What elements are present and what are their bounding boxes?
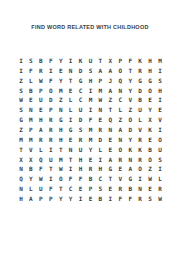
grid-cell-r2c8[interactable]: S (86, 66, 96, 76)
grid-cell-r1c9[interactable]: T (95, 56, 105, 66)
grid-cell-r7c15[interactable]: V (155, 115, 165, 125)
grid-cell-r9c4[interactable]: R (46, 135, 56, 145)
grid-cell-r9c7[interactable]: R (76, 135, 86, 145)
grid-cell-r2c14[interactable]: H (145, 66, 155, 76)
puzzle-title: FIND WORD RELATED WITH CHILDHOOD (0, 24, 180, 30)
grid-cell-r8c2[interactable]: P (26, 125, 36, 135)
grid-cell-r11c8[interactable]: E (86, 155, 96, 165)
grid-cell-r13c12[interactable]: G (125, 174, 135, 184)
grid-cell-r14c2[interactable]: L (26, 184, 36, 194)
grid-cell-r8c5[interactable]: H (56, 125, 66, 135)
grid-cell-r6c1[interactable]: S (16, 105, 26, 115)
grid-cell-r2c2[interactable]: F (26, 66, 36, 76)
grid-cell-r6c5[interactable]: N (56, 105, 66, 115)
grid-cell-r9c9[interactable]: D (95, 135, 105, 145)
grid-cell-r8c8[interactable]: M (86, 125, 96, 135)
grid-cell-r12c12[interactable]: A (125, 165, 135, 175)
grid-cell-r15c8[interactable]: E (86, 194, 96, 204)
grid-cell-r11c7[interactable]: H (76, 155, 86, 165)
grid-cell-r4c7[interactable]: C (76, 86, 86, 96)
grid-cell-r12c11[interactable]: E (115, 165, 125, 175)
grid-cell-r15c1[interactable]: H (16, 194, 26, 204)
grid-cell-r5c13[interactable]: B (135, 95, 145, 105)
grid-cell-r9c13[interactable]: R (135, 135, 145, 145)
grid-cell-r3c3[interactable]: W (36, 76, 46, 86)
grid-cell-r5c5[interactable]: Z (56, 95, 66, 105)
grid-cell-r10c9[interactable]: L (95, 145, 105, 155)
grid-cell-r2c5[interactable]: E (56, 66, 66, 76)
grid-cell-r5c3[interactable]: U (36, 95, 46, 105)
grid-cell-r13c13[interactable]: I (135, 174, 145, 184)
grid-cell-r2c13[interactable]: R (135, 66, 145, 76)
grid-cell-r13c11[interactable]: V (115, 174, 125, 184)
grid-cell-r3c7[interactable]: G (76, 76, 86, 86)
grid-cell-r7c4[interactable]: R (46, 115, 56, 125)
grid-cell-r9c12[interactable]: Y (125, 135, 135, 145)
grid-cell-r14c11[interactable]: R (115, 184, 125, 194)
grid-cell-r11c12[interactable]: N (125, 155, 135, 165)
grid-cell-r14c6[interactable]: C (66, 184, 76, 194)
grid-cell-r10c4[interactable]: I (46, 145, 56, 155)
grid-cell-r11c9[interactable]: I (95, 155, 105, 165)
grid-cell-r1c8[interactable]: U (86, 56, 96, 66)
grid-cell-r6c11[interactable]: L (115, 105, 125, 115)
grid-cell-r6c15[interactable]: E (155, 105, 165, 115)
grid-cell-r6c9[interactable]: N (95, 105, 105, 115)
grid-cell-r2c1[interactable]: I (16, 66, 26, 76)
grid-cell-r11c10[interactable]: A (105, 155, 115, 165)
grid-cell-r9c6[interactable]: E (66, 135, 76, 145)
grid-cell-r7c8[interactable]: F (86, 115, 96, 125)
grid-cell-r14c10[interactable]: E (105, 184, 115, 194)
grid-cell-r9c2[interactable]: M (26, 135, 36, 145)
grid-cell-r12c8[interactable]: R (86, 165, 96, 175)
grid-cell-r11c1[interactable]: X (16, 155, 26, 165)
grid-cell-r2c6[interactable]: N (66, 66, 76, 76)
grid-cell-r6c12[interactable]: Z (125, 105, 135, 115)
grid-cell-r1c2[interactable]: S (26, 56, 36, 66)
grid-cell-r5c15[interactable]: I (155, 95, 165, 105)
grid-cell-r15c9[interactable]: B (95, 194, 105, 204)
grid-cell-r8c12[interactable]: D (125, 125, 135, 135)
grid-cell-r15c3[interactable]: P (36, 194, 46, 204)
grid-cell-r12c6[interactable]: I (66, 165, 76, 175)
grid-cell-r4c9[interactable]: M (95, 86, 105, 96)
grid-cell-r4c4[interactable]: O (46, 86, 56, 96)
grid-cell-r3c12[interactable]: Y (125, 76, 135, 86)
grid-cell-r2c11[interactable]: O (115, 66, 125, 76)
grid-cell-r4c2[interactable]: B (26, 86, 36, 96)
grid-cell-r14c1[interactable]: N (16, 184, 26, 194)
grid-cell-r5c10[interactable]: Z (105, 95, 115, 105)
grid-cell-r7c1[interactable]: G (16, 115, 26, 125)
grid-cell-r4c6[interactable]: E (66, 86, 76, 96)
grid-cell-r2c12[interactable]: T (125, 66, 135, 76)
grid-cell-r4c1[interactable]: S (16, 86, 26, 96)
grid-cell-r10c14[interactable]: B (145, 145, 155, 155)
grid-cell-r5c11[interactable]: C (115, 95, 125, 105)
grid-cell-r6c10[interactable]: T (105, 105, 115, 115)
grid-cell-r12c3[interactable]: F (36, 165, 46, 175)
grid-cell-r3c5[interactable]: Y (56, 76, 66, 86)
grid-cell-r10c13[interactable]: K (135, 145, 145, 155)
grid-cell-r1c4[interactable]: F (46, 56, 56, 66)
grid-cell-r12c9[interactable]: H (95, 165, 105, 175)
grid-cell-r8c6[interactable]: G (66, 125, 76, 135)
grid-cell-r1c13[interactable]: K (135, 56, 145, 66)
grid-cell-r5c2[interactable]: E (26, 95, 36, 105)
grid-cell-r7c10[interactable]: Q (105, 115, 115, 125)
grid-cell-r6c14[interactable]: Y (145, 105, 155, 115)
grid-cell-r15c11[interactable]: F (115, 194, 125, 204)
grid-cell-r10c15[interactable]: U (155, 145, 165, 155)
grid-cell-r6c13[interactable]: U (135, 105, 145, 115)
grid-cell-r2c9[interactable]: A (95, 66, 105, 76)
grid-cell-r13c15[interactable]: L (155, 174, 165, 184)
grid-cell-r10c5[interactable]: T (56, 145, 66, 155)
grid-cell-r12c15[interactable]: I (155, 165, 165, 175)
grid-cell-r9c15[interactable]: O (155, 135, 165, 145)
grid-cell-r12c13[interactable]: O (135, 165, 145, 175)
grid-cell-r13c7[interactable]: F (76, 174, 86, 184)
grid-cell-r12c5[interactable]: W (56, 165, 66, 175)
grid-cell-r3c14[interactable]: G (145, 76, 155, 86)
grid-cell-r8c10[interactable]: N (105, 125, 115, 135)
grid-cell-r7c5[interactable]: G (56, 115, 66, 125)
grid-cell-r6c3[interactable]: E (36, 105, 46, 115)
grid-cell-r13c9[interactable]: C (95, 174, 105, 184)
grid-cell-r5c1[interactable]: W (16, 95, 26, 105)
grid-cell-r13c14[interactable]: W (145, 174, 155, 184)
grid-cell-r5c9[interactable]: W (95, 95, 105, 105)
grid-cell-r10c10[interactable]: E (105, 145, 115, 155)
grid-cell-r9c10[interactable]: E (105, 135, 115, 145)
grid-cell-r15c4[interactable]: P (46, 194, 56, 204)
grid-cell-r4c13[interactable]: D (135, 86, 145, 96)
grid-cell-r3c15[interactable]: S (155, 76, 165, 86)
grid-cell-r10c11[interactable]: O (115, 145, 125, 155)
grid-cell-r10c12[interactable]: K (125, 145, 135, 155)
grid-cell-r14c12[interactable]: B (125, 184, 135, 194)
grid-cell-r8c15[interactable]: I (155, 125, 165, 135)
grid-cell-r11c14[interactable]: O (145, 155, 155, 165)
grid-cell-r12c7[interactable]: H (76, 165, 86, 175)
grid-cell-r12c1[interactable]: N (16, 165, 26, 175)
grid-cell-r7c2[interactable]: M (26, 115, 36, 125)
grid-cell-r3c9[interactable]: P (95, 76, 105, 86)
grid-cell-r15c14[interactable]: S (145, 194, 155, 204)
grid-cell-r15c10[interactable]: I (105, 194, 115, 204)
grid-cell-r1c10[interactable]: X (105, 56, 115, 66)
grid-cell-r6c4[interactable]: P (46, 105, 56, 115)
grid-cell-r4c3[interactable]: P (36, 86, 46, 96)
grid-cell-r14c8[interactable]: P (86, 184, 96, 194)
grid-cell-r7c12[interactable]: O (125, 115, 135, 125)
grid-cell-r8c7[interactable]: S (76, 125, 86, 135)
grid-cell-r3c13[interactable]: G (135, 76, 145, 86)
grid-cell-r5c12[interactable]: V (125, 95, 135, 105)
grid-cell-r11c2[interactable]: X (26, 155, 36, 165)
grid-cell-r1c12[interactable]: F (125, 56, 135, 66)
grid-cell-r14c4[interactable]: F (46, 184, 56, 194)
grid-cell-r11c3[interactable]: Q (36, 155, 46, 165)
grid-cell-r13c2[interactable]: Y (26, 174, 36, 184)
grid-cell-r9c1[interactable]: M (16, 135, 26, 145)
grid-cell-r15c5[interactable]: Y (56, 194, 66, 204)
word-search-grid: ISBFYIKUTXPFKHMIFRIENDSAAOTRHIZLWFYTGHPJ… (16, 56, 165, 204)
grid-cell-r12c14[interactable]: Z (145, 165, 155, 175)
grid-cell-r13c6[interactable]: F (66, 174, 76, 184)
grid-cell-r12c10[interactable]: G (105, 165, 115, 175)
grid-cell-r4c5[interactable]: M (56, 86, 66, 96)
grid-cell-r1c14[interactable]: H (145, 56, 155, 66)
grid-cell-r14c13[interactable]: N (135, 184, 145, 194)
grid-cell-r4c15[interactable]: H (155, 86, 165, 96)
grid-cell-r11c15[interactable]: S (155, 155, 165, 165)
grid-cell-r1c7[interactable]: K (76, 56, 86, 66)
grid-cell-r8c3[interactable]: A (36, 125, 46, 135)
grid-cell-r8c13[interactable]: V (135, 125, 145, 135)
grid-cell-r13c10[interactable]: T (105, 174, 115, 184)
grid-cell-r13c4[interactable]: I (46, 174, 56, 184)
grid-cell-r11c5[interactable]: M (56, 155, 66, 165)
grid-cell-r6c6[interactable]: L (66, 105, 76, 115)
grid-cell-r2c7[interactable]: D (76, 66, 86, 76)
grid-cell-r7c6[interactable]: I (66, 115, 76, 125)
grid-cell-r7c11[interactable]: Z (115, 115, 125, 125)
grid-cell-r9c5[interactable]: H (56, 135, 66, 145)
grid-cell-r9c8[interactable]: M (86, 135, 96, 145)
grid-cell-r10c6[interactable]: N (66, 145, 76, 155)
grid-cell-r14c15[interactable]: R (155, 184, 165, 194)
grid-cell-r11c13[interactable]: R (135, 155, 145, 165)
grid-cell-r9c14[interactable]: E (145, 135, 155, 145)
grid-cell-r1c1[interactable]: I (16, 56, 26, 66)
grid-cell-r9c11[interactable]: N (115, 135, 125, 145)
grid-cell-r4c10[interactable]: A (105, 86, 115, 96)
grid-cell-r15c13[interactable]: R (135, 194, 145, 204)
grid-cell-r8c4[interactable]: R (46, 125, 56, 135)
grid-cell-r14c3[interactable]: U (36, 184, 46, 194)
grid-cell-r6c2[interactable]: N (26, 105, 36, 115)
grid-cell-r10c8[interactable]: Y (86, 145, 96, 155)
grid-cell-r4c11[interactable]: N (115, 86, 125, 96)
grid-cell-r8c11[interactable]: A (115, 125, 125, 135)
grid-cell-r14c5[interactable]: T (56, 184, 66, 194)
grid-cell-r1c11[interactable]: P (115, 56, 125, 66)
grid-cell-r15c7[interactable]: I (76, 194, 86, 204)
grid-cell-r5c14[interactable]: E (145, 95, 155, 105)
grid-cell-r12c4[interactable]: T (46, 165, 56, 175)
grid-cell-r3c11[interactable]: Q (115, 76, 125, 86)
grid-cell-r7c7[interactable]: D (76, 115, 86, 125)
grid-cell-r1c6[interactable]: I (66, 56, 76, 66)
grid-cell-r1c5[interactable]: Y (56, 56, 66, 66)
grid-cell-r10c7[interactable]: U (76, 145, 86, 155)
grid-cell-r2c3[interactable]: R (36, 66, 46, 76)
grid-cell-r2c15[interactable]: I (155, 66, 165, 76)
grid-cell-r3c8[interactable]: H (86, 76, 96, 86)
grid-cell-r1c3[interactable]: B (36, 56, 46, 66)
grid-cell-r13c8[interactable]: B (86, 174, 96, 184)
grid-cell-r15c12[interactable]: F (125, 194, 135, 204)
grid-cell-r7c3[interactable]: H (36, 115, 46, 125)
grid-cell-r8c14[interactable]: K (145, 125, 155, 135)
grid-cell-r8c1[interactable]: Z (16, 125, 26, 135)
grid-cell-r14c14[interactable]: E (145, 184, 155, 194)
grid-cell-r5c4[interactable]: D (46, 95, 56, 105)
grid-cell-r2c4[interactable]: I (46, 66, 56, 76)
word-search-worksheet: FIND WORD RELATED WITH CHILDHOOD ISBFYIK… (0, 0, 180, 255)
grid-cell-r6c7[interactable]: U (76, 105, 86, 115)
grid-cell-r2c10[interactable]: A (105, 66, 115, 76)
grid-cell-r7c13[interactable]: L (135, 115, 145, 125)
grid-cell-r1c15[interactable]: M (155, 56, 165, 66)
grid-cell-r5c7[interactable]: C (76, 95, 86, 105)
grid-cell-r13c1[interactable]: Q (16, 174, 26, 184)
grid-cell-r5c6[interactable]: L (66, 95, 76, 105)
grid-cell-r3c4[interactable]: F (46, 76, 56, 86)
grid-cell-r13c5[interactable]: O (56, 174, 66, 184)
grid-cell-r4c12[interactable]: Y (125, 86, 135, 96)
grid-cell-r5c8[interactable]: M (86, 95, 96, 105)
grid-cell-r11c11[interactable]: R (115, 155, 125, 165)
grid-cell-r15c15[interactable]: W (155, 194, 165, 204)
grid-cell-r15c6[interactable]: Y (66, 194, 76, 204)
grid-cell-r15c2[interactable]: A (26, 194, 36, 204)
grid-cell-r10c1[interactable]: T (16, 145, 26, 155)
grid-cell-r13c3[interactable]: W (36, 174, 46, 184)
grid-cell-r11c6[interactable]: T (66, 155, 76, 165)
grid-cell-r9c3[interactable]: R (36, 135, 46, 145)
grid-cell-r14c9[interactable]: S (95, 184, 105, 194)
grid-cell-r8c9[interactable]: R (95, 125, 105, 135)
grid-cell-r12c2[interactable]: B (26, 165, 36, 175)
grid-cell-r3c1[interactable]: Z (16, 76, 26, 86)
grid-cell-r3c2[interactable]: L (26, 76, 36, 86)
grid-cell-r7c9[interactable]: E (95, 115, 105, 125)
grid-cell-r3c6[interactable]: T (66, 76, 76, 86)
grid-cell-r10c3[interactable]: L (36, 145, 46, 155)
grid-cell-r7c14[interactable]: X (145, 115, 155, 125)
grid-cell-r14c7[interactable]: E (76, 184, 86, 194)
grid-cell-r4c14[interactable]: O (145, 86, 155, 96)
grid-cell-r11c4[interactable]: U (46, 155, 56, 165)
grid-cell-r10c2[interactable]: V (26, 145, 36, 155)
grid-cell-r3c10[interactable]: J (105, 76, 115, 86)
grid-cell-r6c8[interactable]: I (86, 105, 96, 115)
grid-cell-r4c8[interactable]: I (86, 86, 96, 96)
